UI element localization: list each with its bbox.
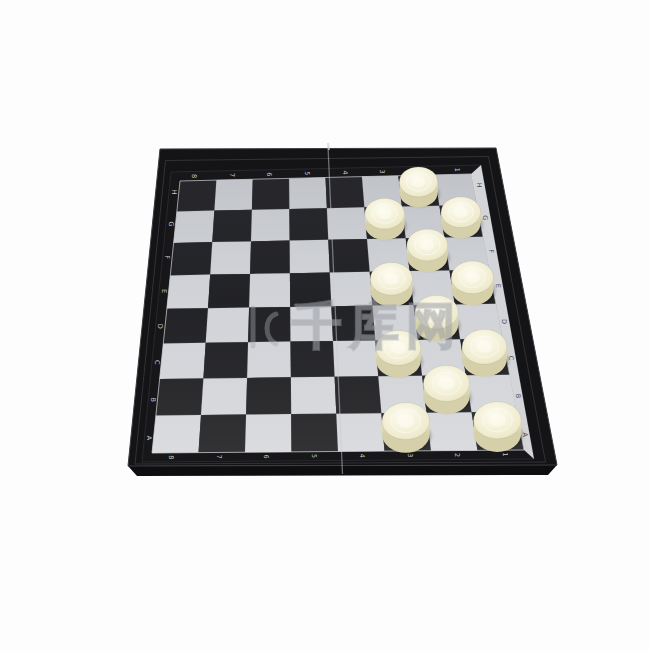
coord-label: 4 xyxy=(358,454,366,458)
piece-white-g3[interactable] xyxy=(365,198,407,240)
coord-label: E xyxy=(494,284,502,288)
coord-label: E xyxy=(160,289,168,293)
coord-label: F xyxy=(487,249,495,253)
coord-label: 1 xyxy=(501,453,509,457)
coord-label: G xyxy=(167,222,175,227)
coord-label: 6 xyxy=(262,455,270,459)
coord-label: 7 xyxy=(228,173,236,177)
stock-photo-background: 8877665544332211HHGGFFEEDDCCBBAA xyxy=(0,0,650,651)
coord-label: 2 xyxy=(453,453,461,457)
coord-label: 8 xyxy=(190,174,198,178)
hinge-notch xyxy=(328,143,329,150)
piece-white-a1[interactable] xyxy=(474,402,524,452)
piece-white-b2[interactable] xyxy=(423,366,471,415)
piece-white-e1[interactable] xyxy=(451,261,495,305)
board-photo: 8877665544332211HHGGFFEEDDCCBBAA xyxy=(0,0,650,651)
checkers-board: 8877665544332211HHGGFFEEDDCCBBAA xyxy=(0,0,650,651)
coord-label: B xyxy=(514,394,522,398)
piece-white-a3[interactable] xyxy=(382,403,432,453)
piece-white-f2[interactable] xyxy=(407,229,450,272)
coord-label: H xyxy=(475,183,483,188)
piece-white-d2[interactable] xyxy=(415,295,460,341)
coord-label: 3 xyxy=(406,453,414,457)
coord-label: 5 xyxy=(303,171,311,175)
piece-white-g1[interactable] xyxy=(441,197,483,239)
coord-label: B xyxy=(149,397,157,401)
coord-label: H xyxy=(170,190,178,195)
coord-label: 5 xyxy=(310,454,318,458)
coord-label: F xyxy=(163,255,171,259)
coord-label: D xyxy=(156,324,164,329)
coord-label: 1 xyxy=(453,168,461,172)
coord-label: 6 xyxy=(265,172,273,176)
piece-white-c1[interactable] xyxy=(462,329,509,376)
piece-white-c3[interactable] xyxy=(376,330,423,377)
piece-white-h2[interactable] xyxy=(399,167,439,208)
coord-label: 8 xyxy=(167,455,175,459)
coord-label: 3 xyxy=(378,170,386,174)
coord-label: 7 xyxy=(215,455,223,459)
coord-label: G xyxy=(481,215,489,220)
coord-label: 4 xyxy=(341,171,349,175)
coord-label: C xyxy=(153,360,161,365)
coord-label: D xyxy=(500,319,508,324)
piece-white-e3[interactable] xyxy=(370,262,414,306)
coord-label: A xyxy=(145,436,153,441)
